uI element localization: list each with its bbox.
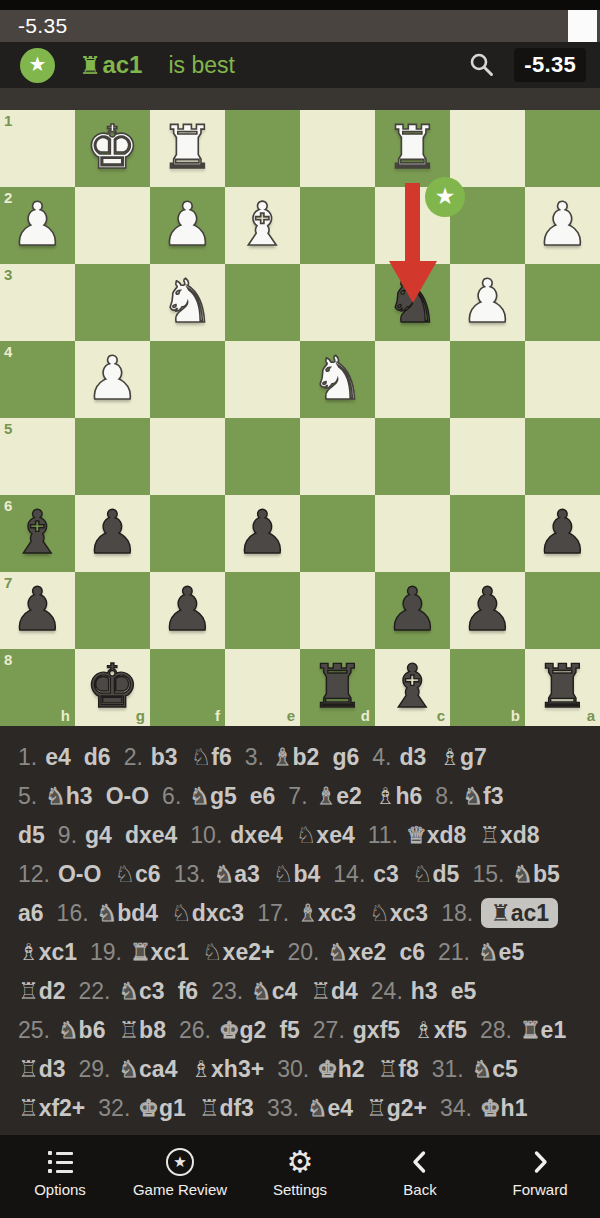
square-h8[interactable]: 8h xyxy=(0,649,75,726)
piece-figurine-icon: ♞ xyxy=(512,861,533,887)
move-token[interactable]: ♘f6 xyxy=(191,744,232,770)
move-number: 10. xyxy=(190,822,222,848)
piece-figurine-icon: ♚ xyxy=(138,1095,159,1121)
square-a2[interactable]: ♟ xyxy=(525,187,600,264)
piece-figurine-icon: ♗ xyxy=(439,744,460,770)
search-icon[interactable] xyxy=(468,51,496,79)
piece-figurine-icon: ♜ xyxy=(490,900,511,926)
square-a8[interactable]: a♜ xyxy=(525,649,600,726)
square-a6[interactable]: ♟ xyxy=(525,495,600,572)
gear-icon: ⚙ xyxy=(287,1147,314,1177)
move-token[interactable]: ♘d5 xyxy=(412,861,459,887)
move-token[interactable]: g4 xyxy=(85,822,112,848)
analysis-header: ★ ♜ac1 is best -5.35 xyxy=(0,42,600,88)
square-b4[interactable] xyxy=(450,341,525,418)
move-number: 32. xyxy=(98,1095,130,1121)
move-token[interactable]: O-O xyxy=(106,783,149,809)
piece-figurine-icon: ♛ xyxy=(406,822,427,848)
move-number: 28. xyxy=(480,1017,512,1043)
move-number: 24. xyxy=(371,978,403,1004)
move-token[interactable]: ♖f8 xyxy=(378,1056,419,1082)
square-d3[interactable] xyxy=(300,264,375,341)
move-list[interactable]: 1.e4d62.b3♘f63.♝b2g64.d3♗g75.♞h3O-O6.♞g5… xyxy=(0,726,600,1135)
move-number: 8. xyxy=(435,783,454,809)
move-number: 13. xyxy=(174,861,206,887)
square-a3[interactable] xyxy=(525,264,600,341)
system-strip xyxy=(0,0,600,10)
square-d2[interactable] xyxy=(300,187,375,264)
move-number: 27. xyxy=(313,1017,345,1043)
move-number: 6. xyxy=(162,783,181,809)
best-move-badge-icon: ★ xyxy=(20,48,55,83)
square-a5[interactable] xyxy=(525,418,600,495)
square-e1[interactable] xyxy=(225,110,300,187)
move-number: 16. xyxy=(57,900,89,926)
white-pawn[interactable]: ♟ xyxy=(536,194,590,254)
square-h6[interactable]: 6♝ xyxy=(0,495,75,572)
black-rook[interactable]: ♜ xyxy=(536,656,590,716)
move-token[interactable]: ♗h6 xyxy=(375,783,422,809)
piece-figurine-icon: ♜ xyxy=(130,939,151,965)
movelist-line: 5.♞h3O-O6.♞g5e67.♝e2♗h68.♞f3 xyxy=(18,777,582,816)
piece-figurine-icon: ♘ xyxy=(114,861,135,887)
file-label: e xyxy=(287,708,295,723)
rank-label: 1 xyxy=(4,113,12,128)
move-token[interactable]: e4 xyxy=(45,744,71,770)
forward-button[interactable]: Forward xyxy=(480,1135,600,1218)
piece-figurine-icon: ♖ xyxy=(18,978,39,1004)
piece-figurine-icon: ♖ xyxy=(118,1017,139,1043)
black-king[interactable]: ♚ xyxy=(86,656,140,716)
file-label: f xyxy=(215,708,220,723)
square-d1[interactable] xyxy=(300,110,375,187)
move-token[interactable]: ♘b4 xyxy=(273,861,320,887)
white-pawn[interactable]: ♟ xyxy=(461,271,515,331)
square-b3[interactable]: ♟ xyxy=(450,264,525,341)
move-token[interactable]: d3 xyxy=(399,744,426,770)
piece-figurine-icon: ♝ xyxy=(297,900,318,926)
movelist-line: d59.g4dxe410.dxe4♘xe411.♛xd8♖xd8 xyxy=(18,816,582,855)
move-token[interactable]: ♝xc3 xyxy=(297,900,356,926)
square-f4[interactable] xyxy=(150,341,225,418)
move-token[interactable]: ♗g7 xyxy=(439,744,486,770)
move-token[interactable]: c3 xyxy=(373,861,399,887)
square-d7[interactable] xyxy=(300,572,375,649)
square-a1[interactable] xyxy=(525,110,600,187)
square-h2[interactable]: 2♟ xyxy=(0,187,75,264)
square-d4[interactable]: ♞ xyxy=(300,341,375,418)
move-number: 31. xyxy=(432,1056,464,1082)
move-token[interactable]: ♞bd4 xyxy=(97,900,159,926)
move-token[interactable]: ♚g1 xyxy=(138,1095,185,1121)
square-b1[interactable] xyxy=(450,110,525,187)
black-pawn[interactable]: ♟ xyxy=(536,502,590,562)
move-token[interactable]: d5 xyxy=(18,822,45,848)
white-king[interactable]: ♚ xyxy=(86,117,140,177)
square-f5[interactable] xyxy=(150,418,225,495)
square-e7[interactable] xyxy=(225,572,300,649)
move-token[interactable]: ♗xc1 xyxy=(18,939,77,965)
move-token[interactable]: ♜xc1 xyxy=(130,939,189,965)
piece-figurine-icon: ♞ xyxy=(251,978,272,1004)
move-token[interactable]: ♘xc3 xyxy=(369,900,428,926)
piece-figurine-icon: ♞ xyxy=(462,783,483,809)
black-pawn[interactable]: ♟ xyxy=(11,579,65,639)
move-token[interactable]: ♞g5 xyxy=(189,783,236,809)
move-token[interactable]: ♖b8 xyxy=(118,1017,165,1043)
white-rook[interactable]: ♜ xyxy=(161,117,215,177)
move-token[interactable]: ♞xe2 xyxy=(327,939,386,965)
move-token[interactable]: ♞f3 xyxy=(462,783,503,809)
move-token[interactable]: ♝b2 xyxy=(272,744,319,770)
move-arrow-head xyxy=(389,261,437,303)
move-number: 18. xyxy=(441,900,473,926)
black-pawn[interactable]: ♟ xyxy=(386,579,440,639)
piece-figurine-icon: ♚ xyxy=(219,1017,240,1043)
move-token[interactable]: ♞ca4 xyxy=(118,1056,177,1082)
square-e8[interactable]: e xyxy=(225,649,300,726)
piece-figurine-icon: ♞ xyxy=(118,978,139,1004)
back-button[interactable]: Back xyxy=(360,1135,480,1218)
white-bishop[interactable]: ♝ xyxy=(236,194,290,254)
piece-figurine-icon: ♖ xyxy=(310,978,331,1004)
square-h5[interactable]: 5 xyxy=(0,418,75,495)
move-token[interactable]: c6 xyxy=(399,939,425,965)
piece-figurine-icon: ♗ xyxy=(375,783,396,809)
piece-figurine-icon: ♝ xyxy=(272,744,293,770)
move-token[interactable]: ♚h2 xyxy=(317,1056,364,1082)
file-label: b xyxy=(511,708,520,723)
move-token[interactable]: b3 xyxy=(151,744,178,770)
square-b8[interactable]: b xyxy=(450,649,525,726)
move-number: 12. xyxy=(18,861,50,887)
move-number: 22. xyxy=(78,978,110,1004)
move-token[interactable]: ♖xf2+ xyxy=(18,1095,85,1121)
piece-figurine-icon: ♖ xyxy=(378,1056,399,1082)
star-icon: ★ xyxy=(435,185,456,208)
move-token[interactable]: ♝e2 xyxy=(316,783,362,809)
move-number: 29. xyxy=(78,1056,110,1082)
move-number: 23. xyxy=(211,978,243,1004)
piece-figurine-icon: ♞ xyxy=(307,1095,328,1121)
piece-figurine-icon: ♘ xyxy=(369,900,390,926)
move-token[interactable]: ♗xf5 xyxy=(413,1017,467,1043)
piece-figurine-icon: ♞ xyxy=(97,900,118,926)
square-e3[interactable] xyxy=(225,264,300,341)
move-number: 1. xyxy=(18,744,37,770)
move-token[interactable]: ♞b5 xyxy=(512,861,559,887)
black-pawn[interactable]: ♟ xyxy=(161,579,215,639)
piece-figurine-icon: ♘ xyxy=(171,900,192,926)
move-token[interactable]: d6 xyxy=(84,744,111,770)
move-token[interactable]: ♞c5 xyxy=(472,1056,518,1082)
piece-figurine-icon: ♗ xyxy=(18,939,39,965)
current-move-token[interactable]: ♜ac1 xyxy=(481,898,558,928)
move-number: 30. xyxy=(277,1056,309,1082)
square-b7[interactable]: ♟ xyxy=(450,572,525,649)
piece-figurine-icon: ♘ xyxy=(412,861,433,887)
square-g4[interactable]: ♟ xyxy=(75,341,150,418)
black-bishop[interactable]: ♝ xyxy=(11,502,65,562)
square-f2[interactable]: ♟ xyxy=(150,187,225,264)
move-number: 2. xyxy=(124,744,143,770)
move-number: 11. xyxy=(368,822,398,848)
piece-figurine-icon: ♖ xyxy=(199,1095,220,1121)
move-number: 5. xyxy=(18,783,37,809)
move-token[interactable]: ♞e5 xyxy=(478,939,524,965)
move-token[interactable]: e6 xyxy=(250,783,276,809)
square-c7[interactable]: ♟ xyxy=(375,572,450,649)
move-number: 15. xyxy=(472,861,504,887)
header-move-text: ac1 xyxy=(102,51,142,79)
piece-figurine-icon: ♝ xyxy=(316,783,337,809)
rank-label: 5 xyxy=(4,421,12,436)
square-f8[interactable]: f xyxy=(150,649,225,726)
options-button[interactable]: Options xyxy=(0,1135,120,1218)
piece-figurine-icon: ♚ xyxy=(317,1056,338,1082)
move-number: 14. xyxy=(333,861,365,887)
piece-figurine-icon: ♞ xyxy=(118,1056,139,1082)
move-token[interactable]: h3 xyxy=(411,978,438,1004)
move-number: 26. xyxy=(179,1017,211,1043)
move-number: 34. xyxy=(440,1095,472,1121)
move-token[interactable]: ♖d4 xyxy=(310,978,357,1004)
square-b6[interactable] xyxy=(450,495,525,572)
move-token[interactable]: ♖g2+ xyxy=(366,1095,427,1121)
square-d6[interactable] xyxy=(300,495,375,572)
piece-figurine-icon: ♞ xyxy=(327,939,348,965)
square-c8[interactable]: c♝ xyxy=(375,649,450,726)
movelist-line: ♖d222.♞c3f623.♞c4♖d424.h3e5 xyxy=(18,972,582,1011)
move-token[interactable]: ♘dxc3 xyxy=(171,900,244,926)
square-g1[interactable]: ♚ xyxy=(75,110,150,187)
star-circle-icon: ★ xyxy=(166,1148,194,1176)
piece-figurine-icon: ♞ xyxy=(58,1017,79,1043)
piece-figurine-icon: ♘ xyxy=(296,822,317,848)
piece-figurine-icon: ♗ xyxy=(190,1056,211,1082)
piece-figurine-icon: ♜ xyxy=(520,1017,541,1043)
square-g5[interactable] xyxy=(75,418,150,495)
move-number: 3. xyxy=(245,744,264,770)
options-label: Options xyxy=(34,1181,86,1198)
move-token[interactable]: ♖xd8 xyxy=(479,822,539,848)
square-d5[interactable] xyxy=(300,418,375,495)
move-token[interactable]: ♞c4 xyxy=(251,978,297,1004)
square-f7[interactable]: ♟ xyxy=(150,572,225,649)
square-e6[interactable]: ♟ xyxy=(225,495,300,572)
square-f3[interactable]: ♞ xyxy=(150,264,225,341)
piece-figurine-icon: ♚ xyxy=(480,1095,501,1121)
move-number: 4. xyxy=(372,744,391,770)
move-token[interactable]: ♖d3 xyxy=(18,1056,65,1082)
movelist-line: ♖xg235.♝e5♖f1+36.♜xf1♗xf137.♚g1 xyxy=(18,1128,582,1135)
black-pawn[interactable]: ♟ xyxy=(461,579,515,639)
square-c5[interactable] xyxy=(375,418,450,495)
game-review-button[interactable]: ★ Game Review xyxy=(120,1135,240,1218)
move-token[interactable]: ♖df3 xyxy=(199,1095,254,1121)
status-bar: -5.35 xyxy=(0,10,600,42)
move-token[interactable]: ♚g2 xyxy=(219,1017,266,1043)
square-a4[interactable] xyxy=(525,341,600,418)
white-knight[interactable]: ♞ xyxy=(161,271,215,331)
bottom-nav: Options ★ Game Review ⚙ Settings Back Fo… xyxy=(0,1135,600,1218)
move-token[interactable]: dxe4 xyxy=(125,822,177,848)
eval-badge[interactable]: -5.35 xyxy=(514,48,586,82)
white-overlay-box xyxy=(568,10,597,42)
options-list-icon xyxy=(48,1151,73,1173)
move-token[interactable]: ♖d2 xyxy=(18,978,65,1004)
star-icon: ★ xyxy=(29,54,47,74)
header-divider-strip xyxy=(0,88,600,110)
move-number: 17. xyxy=(257,900,289,926)
square-e2[interactable]: ♝ xyxy=(225,187,300,264)
move-number: 7. xyxy=(288,783,307,809)
square-d8[interactable]: d♜ xyxy=(300,649,375,726)
piece-figurine-icon: ♞ xyxy=(214,861,235,887)
forward-label: Forward xyxy=(512,1181,567,1198)
chevron-left-icon xyxy=(409,1148,431,1176)
piece-figurine-icon: ♘ xyxy=(191,744,212,770)
move-number: 9. xyxy=(58,822,77,848)
settings-label: Settings xyxy=(273,1181,327,1198)
game-review-label: Game Review xyxy=(133,1181,227,1198)
square-g7[interactable] xyxy=(75,572,150,649)
piece-figurine-icon: ♞ xyxy=(189,783,210,809)
movelist-line: a616.♞bd4♘dxc317.♝xc3♘xc318.♜ac1 xyxy=(18,894,582,933)
white-pawn[interactable]: ♟ xyxy=(161,194,215,254)
square-g6[interactable]: ♟ xyxy=(75,495,150,572)
back-label: Back xyxy=(403,1181,436,1198)
square-f6[interactable] xyxy=(150,495,225,572)
movelist-line: 1.e4d62.b3♘f63.♝b2g64.d3♗g7 xyxy=(18,738,582,777)
file-label: h xyxy=(61,708,70,723)
move-token[interactable]: ♞b6 xyxy=(58,1017,105,1043)
movelist-line: ♗xc119.♜xc1♘xe2+20.♞xe2c621.♞e5 xyxy=(18,933,582,972)
square-c1[interactable]: ♜ xyxy=(375,110,450,187)
status-eval-text: -5.35 xyxy=(0,14,67,38)
white-knight[interactable]: ♞ xyxy=(311,348,365,408)
square-f1[interactable]: ♜ xyxy=(150,110,225,187)
square-g3[interactable] xyxy=(75,264,150,341)
movelist-line: ♖xf2+32.♚g1♖df333.♞e4♖g2+34.♚h1 xyxy=(18,1089,582,1128)
white-rook[interactable]: ♜ xyxy=(386,117,440,177)
piece-figurine-icon: ♞ xyxy=(472,1056,493,1082)
rank-label: 8 xyxy=(4,652,12,667)
best-move-star-badge: ★ xyxy=(425,177,465,217)
rook-figurine-icon: ♜ xyxy=(79,51,101,80)
piece-figurine-icon: ♞ xyxy=(478,939,499,965)
movelist-line: 25.♞b6♖b826.♚g2f527.gxf5♗xf528.♜e1 xyxy=(18,1011,582,1050)
square-c6[interactable] xyxy=(375,495,450,572)
move-token[interactable]: gxf5 xyxy=(353,1017,400,1043)
chess-board[interactable]: 1♚♜♜2♟♟♝♟3♞♞♟4♟♞56♝♟♟♟7♟♟♟♟8hg♚fed♜c♝ba♜… xyxy=(0,110,600,726)
piece-figurine-icon: ♖ xyxy=(18,1056,39,1082)
black-rook[interactable]: ♜ xyxy=(311,656,365,716)
move-token[interactable]: ♞e4 xyxy=(307,1095,353,1121)
move-number: 21. xyxy=(438,939,470,965)
movelist-line: 12.O-O♘c613.♞a3♘b414.c3♘d515.♞b5 xyxy=(18,855,582,894)
move-token[interactable]: ♜e1 xyxy=(520,1017,566,1043)
header-move: ♜ac1 xyxy=(79,51,142,80)
move-token[interactable]: ♘c6 xyxy=(114,861,160,887)
move-token[interactable]: ♘xe4 xyxy=(296,822,355,848)
chevron-right-icon xyxy=(529,1148,551,1176)
square-c4[interactable] xyxy=(375,341,450,418)
piece-figurine-icon: ♘ xyxy=(202,939,223,965)
square-e5[interactable] xyxy=(225,418,300,495)
piece-figurine-icon: ♗ xyxy=(413,1017,434,1043)
piece-figurine-icon: ♖ xyxy=(366,1095,387,1121)
move-token[interactable]: ♗xh3+ xyxy=(190,1056,264,1082)
move-token[interactable]: ♛xd8 xyxy=(406,822,466,848)
movelist-line: ♖d329.♞ca4♗xh3+30.♚h2♖f831.♞c5 xyxy=(18,1050,582,1089)
white-pawn[interactable]: ♟ xyxy=(11,194,65,254)
move-token[interactable]: f6 xyxy=(178,978,198,1004)
move-token[interactable]: ♘xe2+ xyxy=(202,939,274,965)
black-pawn[interactable]: ♟ xyxy=(236,502,290,562)
rank-label: 4 xyxy=(4,344,12,359)
piece-figurine-icon: ♖ xyxy=(479,822,500,848)
square-e4[interactable] xyxy=(225,341,300,418)
move-token[interactable]: e5 xyxy=(451,978,477,1004)
square-h1[interactable]: 1 xyxy=(0,110,75,187)
square-g8[interactable]: g♚ xyxy=(75,649,150,726)
move-token[interactable]: ♚h1 xyxy=(480,1095,527,1121)
move-number: 19. xyxy=(90,939,122,965)
move-token[interactable]: O-O xyxy=(58,861,101,887)
rank-label: 3 xyxy=(4,267,12,282)
square-h3[interactable]: 3 xyxy=(0,264,75,341)
move-token[interactable]: f5 xyxy=(279,1017,299,1043)
move-token[interactable]: a6 xyxy=(18,900,44,926)
move-number: 20. xyxy=(287,939,319,965)
move-token[interactable]: ♞a3 xyxy=(214,861,260,887)
square-b5[interactable] xyxy=(450,418,525,495)
square-g2[interactable] xyxy=(75,187,150,264)
black-pawn[interactable]: ♟ xyxy=(86,502,140,562)
piece-figurine-icon: ♞ xyxy=(45,783,66,809)
move-token[interactable]: g6 xyxy=(332,744,359,770)
header-verdict: is best xyxy=(168,52,234,79)
square-h7[interactable]: 7♟ xyxy=(0,572,75,649)
square-h4[interactable]: 4 xyxy=(0,341,75,418)
move-token[interactable]: ♞h3 xyxy=(45,783,92,809)
move-token[interactable]: ♞c3 xyxy=(118,978,164,1004)
white-pawn[interactable]: ♟ xyxy=(86,348,140,408)
move-number: 25. xyxy=(18,1017,50,1043)
black-bishop[interactable]: ♝ xyxy=(386,656,440,716)
piece-figurine-icon: ♘ xyxy=(273,861,294,887)
move-number: 33. xyxy=(267,1095,299,1121)
move-arrow-shaft xyxy=(405,183,420,263)
move-token[interactable]: dxe4 xyxy=(230,822,282,848)
settings-button[interactable]: ⚙ Settings xyxy=(240,1135,360,1218)
piece-figurine-icon: ♖ xyxy=(18,1095,39,1121)
square-a7[interactable] xyxy=(525,572,600,649)
